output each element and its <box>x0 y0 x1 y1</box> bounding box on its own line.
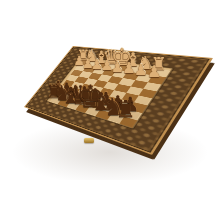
pieces-layer: ♜♞♝♛♚♝♞♜♟♟♟♟♟♟♟♟♟♟♟♟♟♟♟♟♜♞♝♛♚♝♞♜ <box>0 0 220 200</box>
black-bishop: ♝ <box>61 83 81 105</box>
white-pawn: ♟ <box>111 60 124 74</box>
black-rook: ♜ <box>46 82 63 100</box>
black-knight: ♞ <box>53 83 71 103</box>
white-rook: ♜ <box>77 49 89 63</box>
black-bishop: ♝ <box>90 90 112 115</box>
black-queen: ♛ <box>69 83 92 109</box>
black-pawn: ♟ <box>51 79 65 94</box>
white-knight: ♞ <box>137 54 153 72</box>
white-pawn: ♟ <box>122 61 135 76</box>
black-rook: ♜ <box>115 99 136 123</box>
white-knight: ♞ <box>85 49 99 64</box>
white-bishop: ♝ <box>94 49 109 66</box>
black-pawn: ♟ <box>109 93 126 112</box>
black-knight: ♞ <box>102 94 124 118</box>
black-pawn: ♟ <box>87 88 103 106</box>
black-pawn: ♟ <box>59 81 73 97</box>
black-pawn: ♟ <box>98 90 114 108</box>
white-pawn: ♟ <box>91 58 103 71</box>
white-king: ♚ <box>111 45 132 68</box>
white-pawn: ♟ <box>73 56 84 69</box>
white-pawn: ♟ <box>82 57 94 70</box>
white-rook: ♜ <box>151 56 167 74</box>
white-bishop: ♝ <box>125 51 142 70</box>
black-pawn: ♟ <box>122 95 140 115</box>
black-pawn: ♟ <box>68 83 83 99</box>
white-pawn: ♟ <box>147 64 161 80</box>
product-photo: ♜♞♝♛♚♝♞♜♟♟♟♟♟♟♟♟♟♟♟♟♟♟♟♟♜♞♝♛♚♝♞♜ <box>0 0 220 200</box>
white-queen: ♛ <box>102 47 119 66</box>
black-pawn: ♟ <box>77 85 92 102</box>
white-pawn: ♟ <box>101 59 113 73</box>
black-king: ♚ <box>77 81 105 112</box>
white-pawn: ♟ <box>134 63 148 78</box>
